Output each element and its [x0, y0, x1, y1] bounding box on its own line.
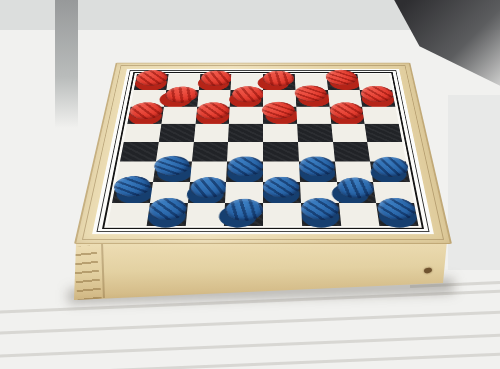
table-plank-line — [0, 310, 500, 335]
board-cell[interactable] — [365, 124, 402, 142]
wooden-box-top — [74, 63, 452, 244]
board-cell[interactable] — [362, 106, 398, 123]
board-cell[interactable] — [193, 124, 229, 142]
wood-knot — [424, 267, 433, 274]
board-cell[interactable] — [295, 90, 329, 107]
board-cell[interactable] — [263, 142, 299, 161]
board-cell[interactable] — [153, 161, 192, 181]
board-grid — [108, 74, 419, 226]
board-cell[interactable] — [120, 142, 159, 161]
board-cell[interactable] — [263, 74, 295, 90]
board-cell[interactable] — [301, 203, 341, 226]
photo-scene — [0, 0, 500, 369]
table-plank-line — [0, 333, 500, 358]
board-cell[interactable] — [336, 182, 376, 203]
board-inner-border — [102, 72, 424, 229]
box-corner-seam — [101, 244, 105, 298]
board-cell[interactable] — [376, 203, 418, 226]
board-cell[interactable] — [187, 182, 226, 203]
board-cell[interactable] — [112, 182, 153, 203]
checker-piece-red[interactable] — [129, 102, 164, 119]
checker-piece-blue[interactable] — [148, 198, 188, 220]
board-cell[interactable] — [185, 203, 225, 226]
board-cell[interactable] — [146, 203, 187, 226]
checker-piece-blue[interactable] — [299, 157, 336, 177]
board-cell[interactable] — [226, 161, 263, 181]
checker-piece-blue[interactable] — [227, 157, 263, 177]
board-cell[interactable] — [263, 182, 301, 203]
board-cell[interactable] — [161, 106, 197, 123]
board-cell[interactable] — [230, 90, 263, 107]
table-haze — [448, 95, 500, 270]
game-board — [92, 69, 434, 235]
board-cell[interactable] — [333, 142, 371, 161]
wall-shadow-strip — [55, 0, 78, 128]
board-cell[interactable] — [228, 124, 263, 142]
board-cell[interactable] — [263, 124, 298, 142]
checker-piece-red[interactable] — [135, 70, 169, 85]
board-cell[interactable] — [299, 161, 337, 181]
board-cell[interactable] — [263, 106, 297, 123]
board-cell[interactable] — [159, 124, 196, 142]
finger-joints — [72, 245, 102, 301]
board-cell[interactable] — [360, 90, 395, 107]
board-cell[interactable] — [331, 124, 368, 142]
checker-piece-red[interactable] — [321, 68, 361, 87]
board-cell[interactable] — [164, 90, 199, 107]
checker-piece-red[interactable] — [329, 102, 364, 119]
board-cell[interactable] — [127, 106, 163, 123]
board-cell[interactable] — [229, 106, 263, 123]
board-cell[interactable] — [124, 124, 161, 142]
board-cell[interactable] — [329, 106, 365, 123]
checker-piece-red[interactable] — [197, 69, 235, 88]
board-cell[interactable] — [195, 106, 230, 123]
board-cell[interactable] — [192, 142, 229, 161]
checker-piece-red[interactable] — [196, 102, 230, 119]
board-cell[interactable] — [108, 203, 150, 226]
checker-piece-blue[interactable] — [263, 177, 300, 198]
board-cell[interactable] — [326, 74, 360, 90]
board-cell[interactable] — [263, 203, 302, 226]
board-cell[interactable] — [339, 203, 380, 226]
board-cell[interactable] — [296, 106, 331, 123]
checker-piece-blue[interactable] — [301, 198, 340, 220]
board-cell[interactable] — [224, 203, 263, 226]
checker-piece-red[interactable] — [258, 68, 300, 89]
board-cell[interactable] — [297, 124, 333, 142]
board-cell[interactable] — [134, 74, 169, 90]
board-cell[interactable] — [370, 161, 410, 181]
board-cell[interactable] — [198, 74, 231, 90]
checker-piece-red[interactable] — [360, 86, 395, 102]
